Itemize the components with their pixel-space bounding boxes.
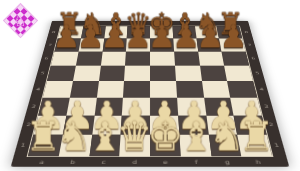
file-label: d [119, 160, 150, 165]
square-h5[interactable] [224, 66, 253, 81]
square-f6[interactable] [174, 52, 200, 66]
file-labels: abcdefgh [26, 160, 275, 165]
file-label: a [26, 160, 58, 165]
board-grid[interactable]: ♜♞♝♛♚♝♞♜♟♟♟♟♟♟♟♟♟♟♟♟♟♟♟♟♜♞♝♛♚♝♞♜ [27, 26, 274, 157]
square-e6[interactable] [150, 52, 175, 66]
square-b6[interactable] [76, 52, 103, 66]
square-b5[interactable] [73, 66, 101, 81]
square-e5[interactable] [150, 66, 176, 81]
chessboard-product-photo: ♘ ♜♞♝♛♚♝♞♜♟♟♟♟♟♟♟♟♟♟♟♟♟♟♟♟♜♞♝♛♚♝♞♜ abcde… [0, 0, 300, 171]
square-a6[interactable] [51, 52, 78, 66]
square-g6[interactable] [198, 52, 225, 66]
file-label: f [181, 160, 212, 165]
shop-logo: ♘ [1, 1, 39, 39]
square-d5[interactable] [124, 66, 150, 81]
knight-icon: ♘ [14, 12, 27, 28]
square-h1[interactable]: ♜ [237, 135, 272, 156]
square-f5[interactable] [175, 66, 202, 81]
file-label: g [211, 160, 243, 165]
checkerboard-diamond: ♘ [2, 2, 37, 37]
board-scene: ♜♞♝♛♚♝♞♜♟♟♟♟♟♟♟♟♟♟♟♟♟♟♟♟♜♞♝♛♚♝♞♜ abcdefg… [35, 0, 265, 171]
file-label: h [242, 160, 274, 165]
square-c5[interactable] [99, 66, 126, 81]
square-c6[interactable] [100, 52, 126, 66]
square-h6[interactable] [222, 52, 249, 66]
piece-black-pawn[interactable]: ♟ [215, 20, 252, 52]
square-a5[interactable] [47, 66, 76, 81]
file-label: b [57, 160, 89, 165]
square-h7[interactable]: ♟ [219, 38, 245, 51]
square-g5[interactable] [200, 66, 228, 81]
chess-board: ♜♞♝♛♚♝♞♜♟♟♟♟♟♟♟♟♟♟♟♟♟♟♟♟♜♞♝♛♚♝♞♜ abcdefg… [11, 21, 290, 167]
piece-white-rook[interactable]: ♜ [233, 116, 280, 156]
file-label: e [150, 160, 181, 165]
square-d6[interactable] [125, 52, 150, 66]
file-label: c [88, 160, 119, 165]
